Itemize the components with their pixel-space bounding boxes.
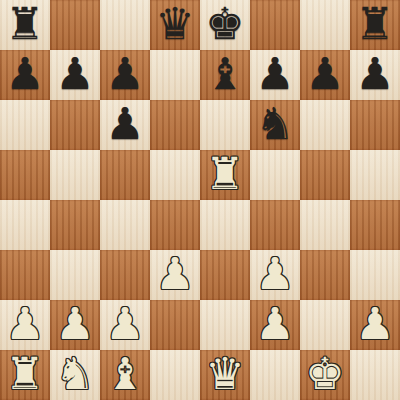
piece-black-pawn[interactable]: ♟ <box>355 52 394 96</box>
square-h2[interactable]: ♟ <box>350 300 400 350</box>
piece-white-pawn[interactable]: ♟ <box>355 302 394 346</box>
piece-black-king[interactable]: ♚ <box>205 2 244 46</box>
square-d2[interactable] <box>150 300 200 350</box>
square-a1[interactable]: ♜ <box>0 350 50 400</box>
square-a8[interactable]: ♜ <box>0 0 50 50</box>
square-d5[interactable] <box>150 150 200 200</box>
square-c3[interactable] <box>100 250 150 300</box>
square-a3[interactable] <box>0 250 50 300</box>
square-e2[interactable] <box>200 300 250 350</box>
square-e6[interactable] <box>200 100 250 150</box>
square-h5[interactable] <box>350 150 400 200</box>
square-e5[interactable]: ♜ <box>200 150 250 200</box>
square-b1[interactable]: ♞ <box>50 350 100 400</box>
square-a4[interactable] <box>0 200 50 250</box>
piece-black-pawn[interactable]: ♟ <box>5 52 44 96</box>
square-g2[interactable] <box>300 300 350 350</box>
square-d8[interactable]: ♛ <box>150 0 200 50</box>
square-f1[interactable] <box>250 350 300 400</box>
square-c2[interactable]: ♟ <box>100 300 150 350</box>
square-c4[interactable] <box>100 200 150 250</box>
piece-white-pawn[interactable]: ♟ <box>5 302 44 346</box>
piece-black-pawn[interactable]: ♟ <box>105 102 144 146</box>
square-b6[interactable] <box>50 100 100 150</box>
square-a7[interactable]: ♟ <box>0 50 50 100</box>
square-b7[interactable]: ♟ <box>50 50 100 100</box>
piece-white-pawn[interactable]: ♟ <box>105 302 144 346</box>
square-h1[interactable] <box>350 350 400 400</box>
piece-white-pawn[interactable]: ♟ <box>255 302 294 346</box>
chess-board: ♜♛♚♜♟♟♟♝♟♟♟♟♞♜♟♟♟♟♟♟♟♜♞♝♛♚ <box>0 0 400 400</box>
square-d7[interactable] <box>150 50 200 100</box>
square-f7[interactable]: ♟ <box>250 50 300 100</box>
square-h6[interactable] <box>350 100 400 150</box>
square-f8[interactable] <box>250 0 300 50</box>
square-d1[interactable] <box>150 350 200 400</box>
square-b3[interactable] <box>50 250 100 300</box>
piece-white-pawn[interactable]: ♟ <box>255 252 294 296</box>
piece-black-rook[interactable]: ♜ <box>355 2 394 46</box>
square-a5[interactable] <box>0 150 50 200</box>
square-g6[interactable] <box>300 100 350 150</box>
square-b5[interactable] <box>50 150 100 200</box>
square-f4[interactable] <box>250 200 300 250</box>
piece-black-rook[interactable]: ♜ <box>5 2 44 46</box>
square-c6[interactable]: ♟ <box>100 100 150 150</box>
square-a6[interactable] <box>0 100 50 150</box>
piece-black-queen[interactable]: ♛ <box>155 2 194 46</box>
square-f2[interactable]: ♟ <box>250 300 300 350</box>
square-g8[interactable] <box>300 0 350 50</box>
piece-black-knight[interactable]: ♞ <box>255 102 294 146</box>
square-e4[interactable] <box>200 200 250 250</box>
square-b4[interactable] <box>50 200 100 250</box>
square-g7[interactable]: ♟ <box>300 50 350 100</box>
square-d4[interactable] <box>150 200 200 250</box>
piece-white-rook[interactable]: ♜ <box>5 352 44 396</box>
piece-black-pawn[interactable]: ♟ <box>55 52 94 96</box>
piece-black-pawn[interactable]: ♟ <box>305 52 344 96</box>
square-c1[interactable]: ♝ <box>100 350 150 400</box>
square-g5[interactable] <box>300 150 350 200</box>
square-a2[interactable]: ♟ <box>0 300 50 350</box>
square-c8[interactable] <box>100 0 150 50</box>
square-f6[interactable]: ♞ <box>250 100 300 150</box>
square-h4[interactable] <box>350 200 400 250</box>
square-f3[interactable]: ♟ <box>250 250 300 300</box>
piece-white-knight[interactable]: ♞ <box>55 352 94 396</box>
piece-white-rook[interactable]: ♜ <box>205 152 244 196</box>
square-b2[interactable]: ♟ <box>50 300 100 350</box>
square-g4[interactable] <box>300 200 350 250</box>
piece-black-pawn[interactable]: ♟ <box>105 52 144 96</box>
square-h8[interactable]: ♜ <box>350 0 400 50</box>
square-g3[interactable] <box>300 250 350 300</box>
piece-white-bishop[interactable]: ♝ <box>105 352 144 396</box>
square-d6[interactable] <box>150 100 200 150</box>
square-c5[interactable] <box>100 150 150 200</box>
piece-black-bishop[interactable]: ♝ <box>205 52 244 96</box>
square-e1[interactable]: ♛ <box>200 350 250 400</box>
square-e3[interactable] <box>200 250 250 300</box>
piece-black-pawn[interactable]: ♟ <box>255 52 294 96</box>
square-b8[interactable] <box>50 0 100 50</box>
piece-white-king[interactable]: ♚ <box>305 352 344 396</box>
square-h7[interactable]: ♟ <box>350 50 400 100</box>
square-g1[interactable]: ♚ <box>300 350 350 400</box>
square-h3[interactable] <box>350 250 400 300</box>
square-e8[interactable]: ♚ <box>200 0 250 50</box>
piece-white-pawn[interactable]: ♟ <box>55 302 94 346</box>
square-c7[interactable]: ♟ <box>100 50 150 100</box>
square-d3[interactable]: ♟ <box>150 250 200 300</box>
square-e7[interactable]: ♝ <box>200 50 250 100</box>
square-f5[interactable] <box>250 150 300 200</box>
piece-white-queen[interactable]: ♛ <box>205 352 244 396</box>
piece-white-pawn[interactable]: ♟ <box>155 252 194 296</box>
